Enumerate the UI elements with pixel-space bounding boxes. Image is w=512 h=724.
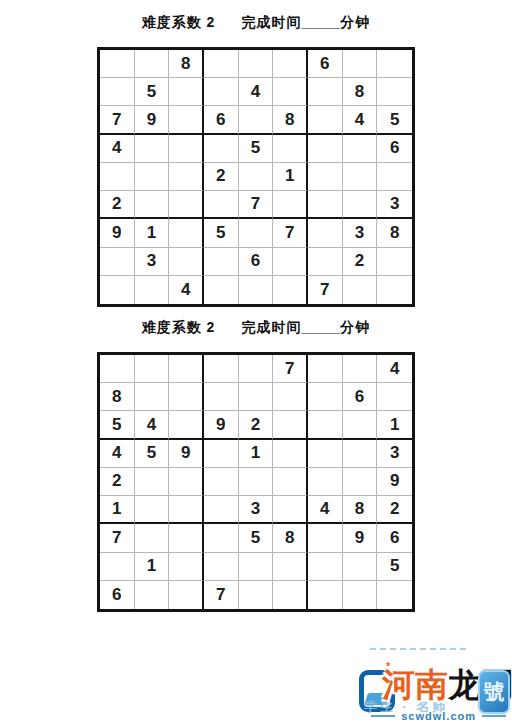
cell-r7c6: 8 [273,524,308,552]
cell-r5c7 [308,468,343,496]
cell-r6c3 [169,191,204,219]
cell-r5c8 [343,468,378,496]
cell-r9c5 [239,581,274,609]
cell-r1c2 [135,50,170,78]
cell-r4c4 [204,135,239,163]
cell-r6c9: 3 [377,191,412,219]
cell-r2c8: 8 [343,78,378,106]
cell-r9c3 [169,581,204,609]
site-url-row: scwdwl.com [371,710,506,722]
site-watermark: * 学生 · 名师 河南龙网 號 scwdwl.com [358,646,512,724]
cell-r8c2: 3 [135,248,170,276]
cell-r7c3 [169,524,204,552]
cell-r9c6 [273,276,308,304]
cell-r7c2 [135,524,170,552]
cell-r6c7: 4 [308,496,343,524]
time-blank: _____ [301,14,340,30]
cell-r6c4 [204,496,239,524]
cell-r5c6: 1 [273,163,308,191]
cell-r9c9 [377,276,412,304]
cell-r8c6 [273,553,308,581]
cell-r3c1: 5 [100,411,135,439]
cell-r8c2: 1 [135,553,170,581]
difficulty-label: 难度系数 2 [142,319,216,335]
cell-r9c2 [135,581,170,609]
cell-r5c2 [135,163,170,191]
minutes-label: 分钟 [340,319,370,335]
cell-r1c7 [308,355,343,383]
cell-r6c9: 2 [377,496,412,524]
cell-r9c4: 7 [204,581,239,609]
cell-r2c4 [204,383,239,411]
cell-r5c9 [377,163,412,191]
cell-r9c5 [239,276,274,304]
cell-r5c2 [135,468,170,496]
cell-r7c7 [308,219,343,247]
cell-r7c1: 7 [100,524,135,552]
cell-r9c3: 4 [169,276,204,304]
cell-r4c7 [308,135,343,163]
time-label: 完成时间 [241,319,301,335]
cell-r7c2: 1 [135,219,170,247]
cell-r8c4 [204,248,239,276]
cell-r4c6 [273,135,308,163]
cell-r7c8: 3 [343,219,378,247]
cell-r1c6 [273,50,308,78]
cell-r3c8 [343,411,378,439]
difficulty-label: 难度系数 2 [142,14,216,30]
cell-r2c3 [169,78,204,106]
cell-r4c4 [204,440,239,468]
puzzle-2-title: 难度系数 2完成时间_____分钟 [0,319,512,337]
cell-r5c4 [204,468,239,496]
cell-r2c6 [273,383,308,411]
cell-r9c6 [273,581,308,609]
worksheet-page: 难度系数 2完成时间_____分钟 8654879684545621273915… [0,0,512,724]
sudoku-board-2: 748654921459132913482758961567 [97,352,415,612]
cell-r2c2 [135,383,170,411]
cell-r6c2 [135,191,170,219]
cell-r4c8 [343,135,378,163]
cell-r5c4: 2 [204,163,239,191]
cell-r4c2 [135,135,170,163]
cell-r7c3 [169,219,204,247]
cell-r5c1: 2 [100,468,135,496]
time-blank: _____ [301,319,340,335]
cell-r4c9: 6 [377,135,412,163]
cell-r4c9: 3 [377,440,412,468]
cell-r9c8 [343,581,378,609]
cell-r7c4: 5 [204,219,239,247]
cell-r2c2: 5 [135,78,170,106]
cell-r3c5 [239,106,274,134]
cell-r8c1 [100,553,135,581]
cell-r7c4 [204,524,239,552]
cell-r1c4 [204,50,239,78]
cell-r3c2: 4 [135,411,170,439]
cell-r9c7: 7 [308,276,343,304]
cell-r8c3 [169,553,204,581]
cell-r1c2 [135,355,170,383]
cell-r2c6 [273,78,308,106]
cell-r9c4 [204,276,239,304]
cell-r2c9 [377,78,412,106]
cell-r3c7 [308,411,343,439]
cell-r6c6 [273,496,308,524]
cell-r5c9: 9 [377,468,412,496]
cell-r9c2 [135,276,170,304]
cell-r5c7 [308,163,343,191]
cell-r2c4 [204,78,239,106]
cell-r4c8 [343,440,378,468]
cell-r1c1 [100,355,135,383]
cell-r1c1 [100,50,135,78]
cell-r3c2: 9 [135,106,170,134]
cell-r1c5 [239,50,274,78]
site-url: scwdwl.com [401,710,476,722]
cell-r9c7 [308,581,343,609]
cell-r5c5 [239,163,274,191]
cell-r6c7 [308,191,343,219]
cell-r6c4 [204,191,239,219]
sudoku-board-1: 865487968454562127391573836247 [97,47,415,307]
cell-r8c9: 5 [377,553,412,581]
cell-r1c3 [169,355,204,383]
cell-r8c1 [100,248,135,276]
cell-r8c6 [273,248,308,276]
cell-r4c1: 4 [100,440,135,468]
cell-r3c3 [169,106,204,134]
cell-r6c2 [135,496,170,524]
cell-r6c8 [343,191,378,219]
cell-r1c3: 8 [169,50,204,78]
cell-r6c1: 2 [100,191,135,219]
cell-r7c1: 9 [100,219,135,247]
seal-badge-icon: 號 [478,670,510,714]
cell-r7c5 [239,219,274,247]
cell-r7c9: 8 [377,219,412,247]
cell-r2c8: 6 [343,383,378,411]
cell-r9c1 [100,276,135,304]
cell-r3c9: 1 [377,411,412,439]
brand-left: 河南 [382,666,448,703]
cell-r1c9: 4 [377,355,412,383]
cell-r2c5: 4 [239,78,274,106]
cell-r2c7 [308,383,343,411]
cell-r4c3: 9 [169,440,204,468]
cell-r8c4 [204,553,239,581]
cell-r5c3 [169,163,204,191]
cell-r1c9 [377,50,412,78]
cell-r5c8 [343,163,378,191]
cell-r1c8 [343,355,378,383]
cell-r3c9: 5 [377,106,412,134]
cell-r5c3 [169,468,204,496]
cell-r2c3 [169,383,204,411]
cell-r6c6 [273,191,308,219]
cell-r4c6 [273,440,308,468]
cell-r3c5: 2 [239,411,274,439]
cell-r3c3 [169,411,204,439]
cell-r3c4: 6 [204,106,239,134]
cell-r2c1 [100,78,135,106]
cell-r7c6: 7 [273,219,308,247]
cell-r9c8 [343,276,378,304]
cell-r2c5 [239,383,274,411]
minutes-label: 分钟 [340,14,370,30]
cell-r3c1: 7 [100,106,135,134]
watermark-dashed-line [370,648,466,650]
cell-r6c5: 3 [239,496,274,524]
cell-r5c6 [273,468,308,496]
puzzle-1-title: 难度系数 2完成时间_____分钟 [0,14,512,32]
time-label: 完成时间 [241,14,301,30]
cell-r7c8: 9 [343,524,378,552]
cell-r2c9 [377,383,412,411]
cell-r5c5 [239,468,274,496]
cell-r1c5 [239,355,274,383]
cell-r3c8: 4 [343,106,378,134]
cell-r6c8: 8 [343,496,378,524]
cell-r4c1: 4 [100,135,135,163]
cell-r4c7 [308,440,343,468]
cell-r1c8 [343,50,378,78]
cell-r8c8 [343,553,378,581]
cell-r4c3 [169,135,204,163]
right-rule [482,715,506,717]
cell-r1c7: 6 [308,50,343,78]
cell-r3c7 [308,106,343,134]
cell-r6c3 [169,496,204,524]
cell-r7c5: 5 [239,524,274,552]
cell-r8c5: 6 [239,248,274,276]
cell-r3c6: 8 [273,106,308,134]
cell-r3c6 [273,411,308,439]
cell-r1c6: 7 [273,355,308,383]
cell-r2c7 [308,78,343,106]
cell-r8c7 [308,553,343,581]
cell-r6c1: 1 [100,496,135,524]
cell-r9c1: 6 [100,581,135,609]
cell-r7c7 [308,524,343,552]
cell-r4c5: 5 [239,135,274,163]
cell-r8c3 [169,248,204,276]
cell-r7c9: 6 [377,524,412,552]
cell-r2c1: 8 [100,383,135,411]
cell-r8c9 [377,248,412,276]
cell-r8c5 [239,553,274,581]
cell-r9c9 [377,581,412,609]
cell-r8c7 [308,248,343,276]
cell-r4c5: 1 [239,440,274,468]
cell-r6c5: 7 [239,191,274,219]
cell-r3c4: 9 [204,411,239,439]
cell-r4c2: 5 [135,440,170,468]
cell-r5c1 [100,163,135,191]
left-rule [371,715,395,717]
cell-r8c8: 2 [343,248,378,276]
cell-r1c4 [204,355,239,383]
